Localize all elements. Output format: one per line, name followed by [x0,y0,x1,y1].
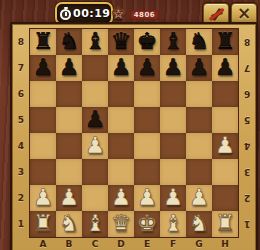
white-knight-g1[interactable]: ♞ [186,211,212,237]
board-squares: ♜♞♝♛♚♝♞♜♟♟♟♟♟♟♟♟♟♟♟♟♟♟♟♟♜♞♝♛♚♝♞♜ [30,29,238,237]
square-a6[interactable] [30,81,56,107]
square-b4[interactable] [56,133,82,159]
square-h7[interactable]: ♟ [212,55,238,81]
black-pawn-g7[interactable]: ♟ [186,55,212,81]
square-d4[interactable] [108,133,134,159]
square-d3[interactable] [108,159,134,185]
coordinate-label: 1 [238,211,256,237]
white-rook-a1[interactable]: ♜ [30,211,56,237]
score-badge: 4806 [130,10,159,20]
square-d1[interactable]: ♛ [108,211,134,237]
coordinate-label: 7 [238,55,256,81]
coordinate-label: 5 [12,107,30,133]
black-queen-d8[interactable]: ♛ [108,29,134,55]
white-king-e1[interactable]: ♚ [134,211,160,237]
black-bishop-c8[interactable]: ♝ [82,29,108,55]
coordinate-label: 6 [12,81,30,107]
coordinate-label: D [108,237,134,250]
coordinate-label: 2 [12,185,30,211]
coordinate-label: 2 [238,185,256,211]
square-f2[interactable]: ♟ [160,185,186,211]
white-pawn-b2[interactable]: ♟ [56,185,82,211]
rank-labels-right: 87654321 [238,29,256,237]
black-pawn-c5[interactable]: ♟ [82,107,108,133]
square-b3[interactable] [56,159,82,185]
coordinate-label: H [212,237,238,250]
coordinate-label: 6 [238,81,256,107]
white-pawn-e2[interactable]: ♟ [134,185,160,211]
coordinate-label: E [134,237,160,250]
coordinate-label: 1 [12,211,30,237]
white-pawn-f2[interactable]: ♟ [160,185,186,211]
square-e4[interactable] [134,133,160,159]
coordinate-label: 5 [238,107,256,133]
black-rook-a8[interactable]: ♜ [30,29,56,55]
square-g6[interactable] [186,81,212,107]
black-pawn-b7[interactable]: ♟ [56,55,82,81]
black-pawn-h7[interactable]: ♟ [212,55,238,81]
black-pawn-d7[interactable]: ♟ [108,55,134,81]
coordinate-label: A [30,237,56,250]
square-c6[interactable] [82,81,108,107]
square-g7[interactable]: ♟ [186,55,212,81]
white-pawn-d2[interactable]: ♟ [108,185,134,211]
square-f8[interactable]: ♝ [160,29,186,55]
square-a3[interactable] [30,159,56,185]
file-labels: ABCDEFGH [30,237,238,250]
square-d7[interactable]: ♟ [108,55,134,81]
coordinate-label: 4 [238,133,256,159]
square-e1[interactable]: ♚ [134,211,160,237]
square-h8[interactable]: ♜ [212,29,238,55]
black-pawn-f7[interactable]: ♟ [160,55,186,81]
chess-game-screen: 00:19 ♚ ☆ 4806 × 87654321 87654321 ABCDE… [0,0,260,250]
black-rook-h8[interactable]: ♜ [212,29,238,55]
white-pawn-g2[interactable]: ♟ [186,185,212,211]
white-rook-h1[interactable]: ♜ [212,211,238,237]
white-bishop-c1[interactable]: ♝ [82,211,108,237]
coordinate-label: 8 [12,29,30,55]
white-knight-b1[interactable]: ♞ [56,211,82,237]
black-knight-g8[interactable]: ♞ [186,29,212,55]
square-f6[interactable] [160,81,186,107]
square-a1[interactable]: ♜ [30,211,56,237]
coordinate-label: 4 [12,133,30,159]
square-b2[interactable]: ♟ [56,185,82,211]
white-pawn-a2[interactable]: ♟ [30,185,56,211]
rank-labels-left: 87654321 [12,29,30,237]
coordinate-label: B [56,237,82,250]
coordinate-label: 8 [238,29,256,55]
square-h5[interactable] [212,107,238,133]
stopwatch-hand [65,12,67,16]
square-c5[interactable]: ♟ [82,107,108,133]
square-e6[interactable] [134,81,160,107]
square-b7[interactable]: ♟ [56,55,82,81]
black-bishop-f8[interactable]: ♝ [160,29,186,55]
black-king-e8[interactable]: ♚ [134,29,160,55]
square-a5[interactable] [30,107,56,133]
square-e3[interactable] [134,159,160,185]
white-pawn-c4[interactable]: ♟ [82,133,108,159]
stopwatch-icon [60,7,73,21]
square-f7[interactable]: ♟ [160,55,186,81]
square-f1[interactable]: ♝ [160,211,186,237]
square-a4[interactable] [30,133,56,159]
square-g1[interactable]: ♞ [186,211,212,237]
square-f3[interactable] [160,159,186,185]
timer-value: 00:19 [73,7,111,20]
square-c3[interactable] [82,159,108,185]
square-a7[interactable]: ♟ [30,55,56,81]
coordinate-label: F [160,237,186,250]
square-h3[interactable] [212,159,238,185]
close-icon: × [237,5,251,22]
square-e2[interactable]: ♟ [134,185,160,211]
square-d2[interactable]: ♟ [108,185,134,211]
star-icon: ☆ [113,7,124,21]
square-c1[interactable]: ♝ [82,211,108,237]
square-d6[interactable] [108,81,134,107]
square-h2[interactable] [212,185,238,211]
chess-board: 87654321 87654321 ABCDEFGH ♜♞♝♛♚♝♞♜♟♟♟♟♟… [10,22,258,250]
coordinate-label: G [186,237,212,250]
square-a2[interactable]: ♟ [30,185,56,211]
square-g4[interactable] [186,133,212,159]
square-g5[interactable] [186,107,212,133]
square-c7[interactable] [82,55,108,81]
white-bishop-f1[interactable]: ♝ [160,211,186,237]
square-b1[interactable]: ♞ [56,211,82,237]
coordinate-label: 7 [12,55,30,81]
coordinate-label: 3 [12,159,30,185]
square-d8[interactable]: ♛ [108,29,134,55]
white-pawn-h4[interactable]: ♟ [212,133,238,159]
square-b5[interactable] [56,107,82,133]
coordinate-label: 3 [238,159,256,185]
black-pawn-a7[interactable]: ♟ [30,55,56,81]
square-e8[interactable]: ♚ [134,29,160,55]
black-knight-b8[interactable]: ♞ [56,29,82,55]
square-a8[interactable]: ♜ [30,29,56,55]
square-h1[interactable]: ♜ [212,211,238,237]
square-c2[interactable] [82,185,108,211]
crossed-tools-icon [209,7,224,22]
square-c4[interactable]: ♟ [82,133,108,159]
square-e7[interactable]: ♟ [134,55,160,81]
square-g3[interactable] [186,159,212,185]
square-d5[interactable] [108,107,134,133]
square-c8[interactable]: ♝ [82,29,108,55]
black-pawn-e7[interactable]: ♟ [134,55,160,81]
coordinate-label: C [82,237,108,250]
square-h6[interactable] [212,81,238,107]
square-b6[interactable] [56,81,82,107]
square-f4[interactable] [160,133,186,159]
square-h4[interactable]: ♟ [212,133,238,159]
square-g8[interactable]: ♞ [186,29,212,55]
square-f5[interactable] [160,107,186,133]
square-g2[interactable]: ♟ [186,185,212,211]
square-b8[interactable]: ♞ [56,29,82,55]
square-e5[interactable] [134,107,160,133]
white-queen-d1[interactable]: ♛ [108,211,134,237]
